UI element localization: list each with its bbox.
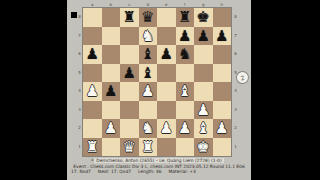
square-b8[interactable] bbox=[102, 8, 121, 27]
white-pawn-d4: ♟ bbox=[139, 82, 158, 101]
game-caption: Demchenko, Anton (2655) – Le, Quang Liem… bbox=[67, 158, 251, 174]
square-c3[interactable] bbox=[120, 101, 139, 120]
square-e8[interactable] bbox=[157, 8, 176, 27]
square-f2[interactable]: ♟ bbox=[176, 119, 195, 138]
next-move: Next: 17. Qxd7 bbox=[98, 169, 131, 174]
square-d4[interactable]: ♟ bbox=[139, 82, 158, 101]
video-frame: abcdefgh abcdefgh 87654321 87654321 ♜♛♜♚… bbox=[0, 0, 320, 180]
square-c1[interactable]: ♛ bbox=[120, 138, 139, 157]
square-c7[interactable] bbox=[120, 27, 139, 46]
black-king-g8: ♚ bbox=[194, 8, 213, 27]
square-h8[interactable] bbox=[213, 8, 232, 27]
black-bishop-d5: ♝ bbox=[139, 64, 158, 83]
square-d8[interactable]: ♛ bbox=[139, 8, 158, 27]
chess-board: ♜♛♜♚♞♟♟♟♟♝♟♞♟♝♟♟♟♝♟♟♞♟♟♝♟♜♛♜♚ bbox=[83, 8, 231, 156]
players-line: Demchenko, Anton (2655) – Le, Quang Liem… bbox=[67, 158, 251, 163]
black-rook-c8: ♜ bbox=[120, 8, 139, 27]
white-bishop-f4: ♝ bbox=[176, 82, 195, 101]
game-length: Length: 46 bbox=[138, 169, 162, 174]
square-h5[interactable] bbox=[213, 64, 232, 83]
white-pawn-e2: ♟ bbox=[157, 119, 176, 138]
black-pawn-b4: ♟ bbox=[102, 82, 121, 101]
square-d2[interactable]: ♞ bbox=[139, 119, 158, 138]
square-d5[interactable]: ♝ bbox=[139, 64, 158, 83]
black-pawn-c5: ♟ bbox=[120, 64, 139, 83]
players-text: Demchenko, Anton (2655) – Le, Quang Liem… bbox=[94, 158, 223, 163]
black-pawn-f7: ♟ bbox=[176, 27, 195, 46]
file-labels-top: abcdefgh bbox=[83, 2, 231, 7]
last-move: 17. Nxd7 bbox=[71, 169, 91, 174]
coord-label: 5 bbox=[77, 64, 82, 83]
coord-label: 1 bbox=[233, 138, 238, 157]
coord-label: 8 bbox=[233, 8, 238, 27]
square-g6[interactable] bbox=[194, 45, 213, 64]
square-b6[interactable] bbox=[102, 45, 121, 64]
square-f1[interactable] bbox=[176, 138, 195, 157]
square-g3[interactable]: ♟ bbox=[194, 101, 213, 120]
square-b5[interactable] bbox=[102, 64, 121, 83]
square-a5[interactable] bbox=[83, 64, 102, 83]
square-f8[interactable]: ♜ bbox=[176, 8, 195, 27]
rank-labels-left: 87654321 bbox=[77, 8, 82, 156]
coord-label: 6 bbox=[233, 45, 238, 64]
square-e3[interactable] bbox=[157, 101, 176, 120]
square-e6[interactable]: ♟ bbox=[157, 45, 176, 64]
black-pawn-e6: ♟ bbox=[157, 45, 176, 64]
square-a4[interactable]: ♟ bbox=[83, 82, 102, 101]
white-pawn-g3: ♟ bbox=[194, 101, 213, 120]
square-g8[interactable]: ♚ bbox=[194, 8, 213, 27]
white-knight-d7: ♞ bbox=[139, 27, 158, 46]
coord-label: 7 bbox=[233, 27, 238, 46]
black-to-move-indicator bbox=[71, 12, 77, 18]
square-f7[interactable]: ♟ bbox=[176, 27, 195, 46]
square-g1[interactable]: ♚ bbox=[194, 138, 213, 157]
black-queen-d8: ♛ bbox=[139, 8, 158, 27]
coord-label: 6 bbox=[77, 45, 82, 64]
coord-label: 3 bbox=[77, 101, 82, 120]
square-a6[interactable]: ♟ bbox=[83, 45, 102, 64]
coord-label: g bbox=[194, 2, 213, 7]
white-pawn-a4: ♟ bbox=[83, 82, 102, 101]
move-info-line: 17. Nxd7 Next: 17. Qxd7 Length: 46 Mater… bbox=[67, 169, 251, 174]
coord-label: d bbox=[139, 2, 158, 7]
coord-label: b bbox=[102, 2, 121, 7]
coord-label: 2 bbox=[77, 119, 82, 138]
coord-label: 4 bbox=[77, 82, 82, 101]
square-b4[interactable]: ♟ bbox=[102, 82, 121, 101]
square-g5[interactable] bbox=[194, 64, 213, 83]
square-a8[interactable] bbox=[83, 8, 102, 27]
square-d7[interactable]: ♞ bbox=[139, 27, 158, 46]
square-f6[interactable]: ♞ bbox=[176, 45, 195, 64]
square-h1[interactable] bbox=[213, 138, 232, 157]
white-rook-d1: ♜ bbox=[139, 138, 158, 157]
material-balance: Material: +3 bbox=[169, 169, 196, 174]
square-f4[interactable]: ♝ bbox=[176, 82, 195, 101]
square-c5[interactable]: ♟ bbox=[120, 64, 139, 83]
square-a3[interactable] bbox=[83, 101, 102, 120]
white-pawn-f2: ♟ bbox=[176, 119, 195, 138]
white-knight-d2: ♞ bbox=[139, 119, 158, 138]
chess-panel: abcdefgh abcdefgh 87654321 87654321 ♜♛♜♚… bbox=[67, 0, 251, 180]
coord-label: 1 bbox=[77, 138, 82, 157]
black-knight-f6: ♞ bbox=[176, 45, 195, 64]
coord-label: e bbox=[157, 2, 176, 7]
square-h6[interactable] bbox=[213, 45, 232, 64]
square-h4[interactable] bbox=[213, 82, 232, 101]
coord-label: a bbox=[83, 2, 102, 7]
square-a1[interactable]: ♜ bbox=[83, 138, 102, 157]
square-d3[interactable] bbox=[139, 101, 158, 120]
black-pawn-g7: ♟ bbox=[194, 27, 213, 46]
square-e1[interactable] bbox=[157, 138, 176, 157]
black-rook-f8: ♜ bbox=[176, 8, 195, 27]
square-c6[interactable] bbox=[120, 45, 139, 64]
black-bishop-d6: ♝ bbox=[139, 45, 158, 64]
square-f3[interactable] bbox=[176, 101, 195, 120]
square-a7[interactable] bbox=[83, 27, 102, 46]
coord-label: f bbox=[176, 2, 195, 7]
white-rook-a1: ♜ bbox=[83, 138, 102, 157]
square-g2[interactable]: ♝ bbox=[194, 119, 213, 138]
coord-label: 3 bbox=[233, 101, 238, 120]
square-b2[interactable]: ♟ bbox=[102, 119, 121, 138]
black-pawn-h7: ♟ bbox=[213, 27, 232, 46]
square-e2[interactable]: ♟ bbox=[157, 119, 176, 138]
square-c4[interactable] bbox=[120, 82, 139, 101]
square-e4[interactable] bbox=[157, 82, 176, 101]
white-queen-c1: ♛ bbox=[120, 138, 139, 157]
white-pawn-h2: ♟ bbox=[213, 119, 232, 138]
white-king-g1: ♚ bbox=[194, 138, 213, 157]
square-c8[interactable]: ♜ bbox=[120, 8, 139, 27]
coord-label: h bbox=[213, 2, 232, 7]
coord-label: 4 bbox=[233, 82, 238, 101]
square-e5[interactable] bbox=[157, 64, 176, 83]
square-h3[interactable] bbox=[213, 101, 232, 120]
square-d6[interactable]: ♝ bbox=[139, 45, 158, 64]
square-g7[interactable]: ♟ bbox=[194, 27, 213, 46]
coord-label: 7 bbox=[77, 27, 82, 46]
square-a2[interactable] bbox=[83, 119, 102, 138]
coord-label: 2 bbox=[233, 119, 238, 138]
square-f5[interactable] bbox=[176, 64, 195, 83]
coord-label: c bbox=[120, 2, 139, 7]
white-pawn-b2: ♟ bbox=[102, 119, 121, 138]
white-bishop-g2: ♝ bbox=[194, 119, 213, 138]
square-h7[interactable]: ♟ bbox=[213, 27, 232, 46]
square-d1[interactable]: ♜ bbox=[139, 138, 158, 157]
black-pawn-a6: ♟ bbox=[83, 45, 102, 64]
square-e7[interactable] bbox=[157, 27, 176, 46]
square-c2[interactable] bbox=[120, 119, 139, 138]
square-b3[interactable] bbox=[102, 101, 121, 120]
square-b7[interactable] bbox=[102, 27, 121, 46]
coord-label: 8 bbox=[77, 8, 82, 27]
event-line: Event : Chess.com Classic Div 3 L, chess… bbox=[67, 164, 251, 169]
square-b1[interactable] bbox=[102, 138, 121, 157]
square-h2[interactable]: ♟ bbox=[213, 119, 232, 138]
square-g4[interactable] bbox=[194, 82, 213, 101]
